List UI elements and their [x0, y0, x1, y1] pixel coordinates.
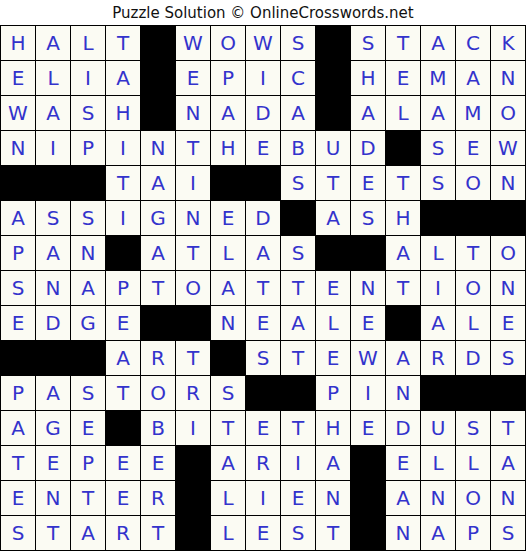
letter-cell: T	[106, 166, 140, 200]
letter-cell: A	[246, 236, 280, 270]
letter-cell: T	[281, 271, 315, 305]
letter-cell: T	[316, 516, 350, 550]
letter-cell: E	[246, 516, 280, 550]
letter-cell: E	[351, 166, 385, 200]
block-cell	[176, 516, 210, 550]
letter-cell: E	[71, 411, 105, 445]
letter-cell: E	[386, 446, 420, 480]
letter-cell: I	[106, 201, 140, 235]
letter-cell: A	[281, 96, 315, 130]
letter-cell: L	[421, 446, 455, 480]
letter-cell: A	[421, 96, 455, 130]
letter-cell: I	[71, 61, 105, 95]
letter-cell: S	[211, 376, 245, 410]
letter-cell: S	[421, 131, 455, 165]
block-cell	[316, 61, 350, 95]
block-cell	[281, 376, 315, 410]
block-cell	[316, 236, 350, 270]
letter-cell: O	[456, 166, 490, 200]
letter-cell: E	[106, 481, 140, 515]
letter-cell: N	[36, 481, 70, 515]
letter-cell: R	[246, 446, 280, 480]
block-cell	[141, 61, 175, 95]
letter-cell: I	[36, 131, 70, 165]
letter-cell: E	[246, 131, 280, 165]
block-cell	[316, 96, 350, 130]
letter-cell: W	[176, 26, 210, 60]
letter-cell: S	[246, 341, 280, 375]
letter-cell: A	[71, 271, 105, 305]
letter-cell: S	[491, 516, 525, 550]
letter-cell: S	[1, 271, 35, 305]
letter-cell: T	[141, 516, 175, 550]
block-cell	[421, 201, 455, 235]
letter-cell: A	[36, 236, 70, 270]
letter-cell: U	[316, 131, 350, 165]
letter-cell: A	[351, 96, 385, 130]
letter-cell: A	[211, 271, 245, 305]
letter-cell: W	[491, 131, 525, 165]
letter-cell: O	[491, 236, 525, 270]
block-cell	[351, 516, 385, 550]
letter-cell: H	[106, 96, 140, 130]
letter-cell: N	[71, 236, 105, 270]
letter-cell: A	[36, 96, 70, 130]
letter-cell: A	[316, 446, 350, 480]
letter-cell: D	[36, 306, 70, 340]
letter-cell: I	[176, 411, 210, 445]
letter-cell: L	[71, 26, 105, 60]
letter-cell: T	[456, 236, 490, 270]
letter-cell: S	[491, 341, 525, 375]
letter-cell: R	[176, 376, 210, 410]
letter-cell: W	[351, 341, 385, 375]
letter-cell: H	[316, 411, 350, 445]
letter-cell: L	[211, 236, 245, 270]
letter-cell: O	[141, 376, 175, 410]
letter-cell: A	[36, 376, 70, 410]
letter-cell: N	[211, 306, 245, 340]
block-cell	[491, 376, 525, 410]
block-cell	[246, 166, 280, 200]
letter-cell: T	[176, 341, 210, 375]
letter-cell: T	[386, 26, 420, 60]
letter-cell: T	[1, 446, 35, 480]
letter-cell: T	[386, 271, 420, 305]
letter-cell: L	[211, 516, 245, 550]
letter-cell: N	[141, 131, 175, 165]
letter-cell: M	[421, 61, 455, 95]
letter-cell: T	[386, 166, 420, 200]
letter-cell: P	[1, 376, 35, 410]
letter-cell: R	[106, 516, 140, 550]
letter-cell: S	[281, 516, 315, 550]
letter-cell: I	[421, 271, 455, 305]
letter-cell: A	[386, 481, 420, 515]
letter-cell: N	[386, 376, 420, 410]
letter-cell: N	[1, 131, 35, 165]
letter-cell: T	[71, 481, 105, 515]
letter-cell: T	[281, 341, 315, 375]
letter-cell: A	[281, 306, 315, 340]
block-cell	[71, 166, 105, 200]
letter-cell: W	[1, 96, 35, 130]
block-cell	[386, 306, 420, 340]
letter-cell: T	[176, 236, 210, 270]
letter-cell: I	[106, 131, 140, 165]
letter-cell: A	[456, 61, 490, 95]
letter-cell: E	[456, 131, 490, 165]
letter-cell: T	[106, 26, 140, 60]
block-cell	[106, 236, 140, 270]
letter-cell: T	[211, 411, 245, 445]
letter-cell: E	[351, 411, 385, 445]
crossword-solution-page: Puzzle Solution © OnlineCrosswords.net H…	[0, 0, 526, 551]
page-title: Puzzle Solution © OnlineCrosswords.net	[0, 0, 526, 25]
crossword-grid: HALTWOWSSTACKELIAEPICHEMANWASHNADAALAMON…	[0, 25, 526, 551]
letter-cell: T	[246, 271, 280, 305]
letter-cell: G	[36, 411, 70, 445]
letter-cell: E	[281, 481, 315, 515]
letter-cell: S	[1, 516, 35, 550]
letter-cell: A	[421, 516, 455, 550]
letter-cell: N	[421, 481, 455, 515]
letter-cell: S	[281, 166, 315, 200]
letter-cell: A	[211, 446, 245, 480]
letter-cell: R	[141, 481, 175, 515]
letter-cell: N	[36, 271, 70, 305]
letter-cell: B	[281, 131, 315, 165]
letter-cell: S	[281, 26, 315, 60]
letter-cell: N	[176, 96, 210, 130]
letter-cell: B	[141, 411, 175, 445]
letter-cell: E	[106, 446, 140, 480]
letter-cell: H	[211, 131, 245, 165]
letter-cell: S	[36, 201, 70, 235]
letter-cell: D	[246, 96, 280, 130]
letter-cell: E	[141, 446, 175, 480]
block-cell	[246, 376, 280, 410]
letter-cell: I	[246, 481, 280, 515]
letter-cell: N	[491, 481, 525, 515]
letter-cell: A	[421, 306, 455, 340]
letter-cell: A	[141, 166, 175, 200]
letter-cell: H	[1, 26, 35, 60]
letter-cell: H	[351, 61, 385, 95]
letter-cell: A	[316, 201, 350, 235]
letter-cell: A	[421, 26, 455, 60]
letter-cell: S	[351, 26, 385, 60]
letter-cell: T	[491, 411, 525, 445]
letter-cell: A	[1, 201, 35, 235]
letter-cell: I	[351, 376, 385, 410]
block-cell	[211, 341, 245, 375]
block-cell	[421, 376, 455, 410]
letter-cell: D	[456, 341, 490, 375]
letter-cell: U	[421, 411, 455, 445]
letter-cell: S	[71, 96, 105, 130]
letter-cell: L	[456, 446, 490, 480]
letter-cell: E	[386, 61, 420, 95]
letter-cell: O	[176, 271, 210, 305]
letter-cell: E	[491, 306, 525, 340]
letter-cell: G	[141, 201, 175, 235]
letter-cell: T	[316, 166, 350, 200]
letter-cell: A	[386, 341, 420, 375]
letter-cell: C	[456, 26, 490, 60]
letter-cell: E	[176, 61, 210, 95]
letter-cell: P	[316, 376, 350, 410]
letter-cell: T	[36, 516, 70, 550]
letter-cell: L	[211, 481, 245, 515]
letter-cell: C	[281, 61, 315, 95]
letter-cell: E	[106, 306, 140, 340]
block-cell	[386, 131, 420, 165]
letter-cell: D	[386, 411, 420, 445]
letter-cell: R	[421, 341, 455, 375]
letter-cell: A	[71, 516, 105, 550]
letter-cell: O	[456, 271, 490, 305]
letter-cell: R	[141, 341, 175, 375]
block-cell	[176, 446, 210, 480]
block-cell	[1, 166, 35, 200]
letter-cell: E	[246, 306, 280, 340]
letter-cell: E	[316, 341, 350, 375]
letter-cell: I	[281, 446, 315, 480]
letter-cell: M	[456, 96, 490, 130]
block-cell	[456, 201, 490, 235]
letter-cell: E	[1, 306, 35, 340]
letter-cell: O	[211, 26, 245, 60]
letter-cell: L	[386, 96, 420, 130]
letter-cell: N	[491, 166, 525, 200]
letter-cell: A	[36, 26, 70, 60]
letter-cell: E	[36, 446, 70, 480]
letter-cell: P	[456, 516, 490, 550]
letter-cell: L	[456, 306, 490, 340]
letter-cell: A	[141, 236, 175, 270]
letter-cell: L	[316, 306, 350, 340]
letter-cell: E	[1, 481, 35, 515]
letter-cell: W	[246, 26, 280, 60]
letter-cell: N	[176, 201, 210, 235]
letter-cell: G	[71, 306, 105, 340]
block-cell	[351, 481, 385, 515]
letter-cell: S	[351, 201, 385, 235]
letter-cell: D	[351, 131, 385, 165]
letter-cell: O	[491, 96, 525, 130]
letter-cell: I	[246, 61, 280, 95]
letter-cell: P	[211, 61, 245, 95]
block-cell	[71, 341, 105, 375]
letter-cell: S	[71, 201, 105, 235]
letter-cell: D	[246, 201, 280, 235]
block-cell	[36, 166, 70, 200]
letter-cell: A	[106, 61, 140, 95]
letter-cell: H	[386, 201, 420, 235]
letter-cell: N	[491, 61, 525, 95]
letter-cell: T	[141, 271, 175, 305]
letter-cell: E	[351, 306, 385, 340]
block-cell	[176, 306, 210, 340]
letter-cell: S	[421, 166, 455, 200]
block-cell	[141, 26, 175, 60]
letter-cell: L	[36, 61, 70, 95]
letter-cell: E	[211, 201, 245, 235]
letter-cell: N	[316, 481, 350, 515]
block-cell	[456, 376, 490, 410]
letter-cell: N	[386, 516, 420, 550]
letter-cell: P	[71, 131, 105, 165]
block-cell	[351, 236, 385, 270]
letter-cell: S	[281, 236, 315, 270]
block-cell	[491, 201, 525, 235]
block-cell	[141, 306, 175, 340]
block-cell	[1, 341, 35, 375]
letter-cell: A	[106, 341, 140, 375]
letter-cell: O	[456, 481, 490, 515]
block-cell	[36, 341, 70, 375]
letter-cell: A	[386, 236, 420, 270]
letter-cell: L	[421, 236, 455, 270]
letter-cell: T	[106, 376, 140, 410]
letter-cell: P	[71, 446, 105, 480]
block-cell	[211, 166, 245, 200]
letter-cell: I	[176, 166, 210, 200]
block-cell	[316, 26, 350, 60]
block-cell	[351, 446, 385, 480]
letter-cell: P	[1, 236, 35, 270]
block-cell	[176, 481, 210, 515]
letter-cell: E	[246, 411, 280, 445]
block-cell	[281, 201, 315, 235]
letter-cell: T	[281, 411, 315, 445]
letter-cell: P	[106, 271, 140, 305]
letter-cell: N	[491, 271, 525, 305]
letter-cell: E	[316, 271, 350, 305]
block-cell	[106, 411, 140, 445]
block-cell	[141, 96, 175, 130]
letter-cell: S	[456, 411, 490, 445]
letter-cell: A	[1, 411, 35, 445]
letter-cell: K	[491, 26, 525, 60]
letter-cell: A	[491, 446, 525, 480]
letter-cell: E	[1, 61, 35, 95]
letter-cell: A	[211, 96, 245, 130]
letter-cell: S	[71, 376, 105, 410]
letter-cell: T	[176, 131, 210, 165]
letter-cell: N	[351, 271, 385, 305]
